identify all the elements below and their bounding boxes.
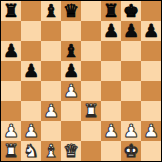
square-c7[interactable] <box>41 21 61 41</box>
square-h8[interactable] <box>141 1 161 21</box>
board-frame: ♜♝♛♜♚♟♟♟♟♝♟♟♟♟♜♟♟♟♟♟♜♞♝♛♚ <box>0 0 162 162</box>
square-b6[interactable] <box>21 41 41 61</box>
piece-black-bishop[interactable]: ♝ <box>43 1 59 21</box>
square-b3[interactable] <box>21 101 41 121</box>
square-e2[interactable] <box>81 121 101 141</box>
square-h2[interactable]: ♟ <box>141 121 161 141</box>
square-a1[interactable]: ♜ <box>1 141 21 161</box>
square-d3[interactable] <box>61 101 81 121</box>
piece-white-pawn[interactable]: ♟ <box>43 101 59 121</box>
square-c6[interactable] <box>41 41 61 61</box>
square-f4[interactable] <box>101 81 121 101</box>
square-e8[interactable] <box>81 1 101 21</box>
square-d5[interactable]: ♟ <box>61 61 81 81</box>
square-g5[interactable] <box>121 61 141 81</box>
square-e7[interactable] <box>81 21 101 41</box>
square-a4[interactable] <box>1 81 21 101</box>
piece-black-pawn[interactable]: ♟ <box>103 21 119 41</box>
square-a2[interactable]: ♟ <box>1 121 21 141</box>
piece-black-pawn[interactable]: ♟ <box>63 61 79 81</box>
piece-black-bishop[interactable]: ♝ <box>63 41 79 61</box>
square-e5[interactable] <box>81 61 101 81</box>
square-b2[interactable]: ♟ <box>21 121 41 141</box>
square-a5[interactable] <box>1 61 21 81</box>
square-f5[interactable] <box>101 61 121 81</box>
chess-board: ♜♝♛♜♚♟♟♟♟♝♟♟♟♟♜♟♟♟♟♟♜♞♝♛♚ <box>1 1 161 161</box>
piece-white-pawn[interactable]: ♟ <box>63 81 79 101</box>
square-c8[interactable]: ♝ <box>41 1 61 21</box>
square-h5[interactable] <box>141 61 161 81</box>
square-h7[interactable]: ♟ <box>141 21 161 41</box>
piece-black-king[interactable]: ♚ <box>123 1 139 21</box>
piece-white-bishop[interactable]: ♝ <box>43 141 59 161</box>
square-h1[interactable] <box>141 141 161 161</box>
square-f6[interactable] <box>101 41 121 61</box>
piece-black-pawn[interactable]: ♟ <box>143 21 159 41</box>
square-c1[interactable]: ♝ <box>41 141 61 161</box>
square-a3[interactable] <box>1 101 21 121</box>
piece-white-pawn[interactable]: ♟ <box>123 121 139 141</box>
square-f8[interactable]: ♜ <box>101 1 121 21</box>
square-h3[interactable] <box>141 101 161 121</box>
square-g3[interactable] <box>121 101 141 121</box>
square-d6[interactable]: ♝ <box>61 41 81 61</box>
piece-white-pawn[interactable]: ♟ <box>3 121 19 141</box>
square-g4[interactable] <box>121 81 141 101</box>
square-d7[interactable] <box>61 21 81 41</box>
piece-white-pawn[interactable]: ♟ <box>103 121 119 141</box>
square-c5[interactable] <box>41 61 61 81</box>
square-e3[interactable]: ♜ <box>81 101 101 121</box>
square-e6[interactable] <box>81 41 101 61</box>
square-d2[interactable] <box>61 121 81 141</box>
square-g1[interactable]: ♚ <box>121 141 141 161</box>
square-g6[interactable] <box>121 41 141 61</box>
piece-white-knight[interactable]: ♞ <box>23 141 39 161</box>
piece-black-pawn[interactable]: ♟ <box>123 21 139 41</box>
square-b8[interactable] <box>21 1 41 21</box>
piece-black-queen[interactable]: ♛ <box>63 1 79 21</box>
square-c2[interactable] <box>41 121 61 141</box>
square-e4[interactable] <box>81 81 101 101</box>
square-f3[interactable] <box>101 101 121 121</box>
piece-white-queen[interactable]: ♛ <box>63 141 79 161</box>
square-h4[interactable] <box>141 81 161 101</box>
square-f2[interactable]: ♟ <box>101 121 121 141</box>
piece-black-rook[interactable]: ♜ <box>3 1 19 21</box>
piece-white-king[interactable]: ♚ <box>123 141 139 161</box>
square-e1[interactable] <box>81 141 101 161</box>
square-c3[interactable]: ♟ <box>41 101 61 121</box>
square-f7[interactable]: ♟ <box>101 21 121 41</box>
piece-white-pawn[interactable]: ♟ <box>23 121 39 141</box>
square-g7[interactable]: ♟ <box>121 21 141 41</box>
piece-white-rook[interactable]: ♜ <box>83 101 99 121</box>
square-g2[interactable]: ♟ <box>121 121 141 141</box>
square-c4[interactable] <box>41 81 61 101</box>
piece-black-pawn[interactable]: ♟ <box>23 61 39 81</box>
square-b4[interactable] <box>21 81 41 101</box>
square-g8[interactable]: ♚ <box>121 1 141 21</box>
square-a8[interactable]: ♜ <box>1 1 21 21</box>
square-h6[interactable] <box>141 41 161 61</box>
square-b7[interactable] <box>21 21 41 41</box>
square-f1[interactable] <box>101 141 121 161</box>
piece-white-pawn[interactable]: ♟ <box>143 121 159 141</box>
piece-black-rook[interactable]: ♜ <box>103 1 119 21</box>
piece-black-pawn[interactable]: ♟ <box>3 41 19 61</box>
square-b1[interactable]: ♞ <box>21 141 41 161</box>
square-a7[interactable] <box>1 21 21 41</box>
square-d8[interactable]: ♛ <box>61 1 81 21</box>
piece-white-rook[interactable]: ♜ <box>3 141 19 161</box>
square-a6[interactable]: ♟ <box>1 41 21 61</box>
square-b5[interactable]: ♟ <box>21 61 41 81</box>
square-d4[interactable]: ♟ <box>61 81 81 101</box>
square-d1[interactable]: ♛ <box>61 141 81 161</box>
